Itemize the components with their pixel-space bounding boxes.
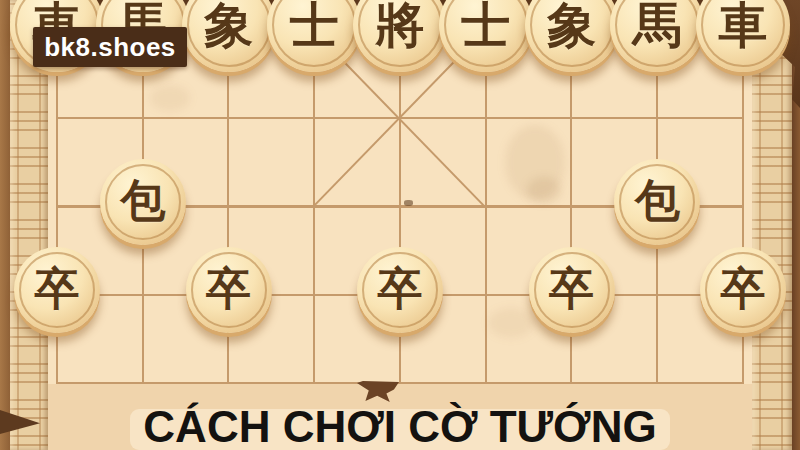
- piece-glyph: 包: [120, 179, 165, 224]
- piece-glyph: 象: [547, 1, 596, 50]
- piece-glyph: 卒: [35, 267, 80, 312]
- xiangqi-board-screenshot: 車馬象士將士象馬車包包卒卒卒卒卒 CÁCH CHƠI CỜ TƯỚNG bk8.…: [0, 0, 800, 450]
- piece-soldier[interactable]: 卒: [357, 247, 443, 333]
- piece-soldier[interactable]: 卒: [529, 247, 615, 333]
- piece-cannon[interactable]: 包: [100, 159, 186, 245]
- board-stain: [527, 177, 561, 203]
- board-stain: [488, 308, 534, 338]
- piece-glyph: 卒: [549, 267, 594, 312]
- piece-glyph: 車: [719, 1, 768, 50]
- piece-soldier[interactable]: 卒: [186, 247, 272, 333]
- piece-glyph: 象: [204, 1, 253, 50]
- piece-glyph: 卒: [721, 267, 766, 312]
- watermark-badge: bk8.shoes: [33, 27, 187, 67]
- board-chip-mark: [404, 200, 413, 206]
- piece-soldier[interactable]: 卒: [14, 247, 100, 333]
- piece-glyph: 卒: [206, 267, 251, 312]
- piece-cannon[interactable]: 包: [614, 159, 700, 245]
- frame-left-edge: [0, 0, 10, 450]
- piece-glyph: 士: [461, 1, 510, 50]
- piece-glyph: 包: [635, 179, 680, 224]
- board-stain: [150, 85, 190, 111]
- piece-glyph: 馬: [633, 1, 682, 50]
- caption-text: CÁCH CHƠI CỜ TƯỚNG: [0, 402, 800, 450]
- piece-glyph: 士: [290, 1, 339, 50]
- piece-glyph: 將: [376, 1, 425, 50]
- piece-soldier[interactable]: 卒: [700, 247, 786, 333]
- piece-glyph: 卒: [378, 267, 423, 312]
- watermark-label: bk8.shoes: [44, 32, 176, 63]
